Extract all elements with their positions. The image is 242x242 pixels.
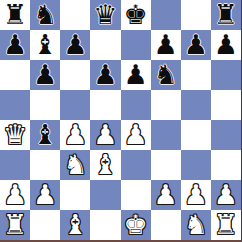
square-d3[interactable]: ♝ (90, 150, 120, 180)
square-c6[interactable] (60, 60, 90, 90)
square-f6[interactable]: ♞ (151, 60, 181, 90)
square-a4[interactable]: ♛ (0, 120, 30, 150)
square-e4[interactable]: ♟ (121, 120, 151, 150)
square-c4[interactable]: ♟ (60, 120, 90, 150)
square-c2[interactable] (60, 180, 90, 210)
piece-white-pawn: ♟ (93, 121, 117, 148)
square-e6[interactable]: ♟ (121, 60, 151, 90)
square-c8[interactable] (60, 0, 90, 30)
square-f2[interactable]: ♟ (151, 180, 181, 210)
square-a2[interactable]: ♟ (0, 180, 30, 210)
square-b1[interactable] (30, 210, 60, 240)
piece-white-king: ♚ (123, 211, 147, 238)
piece-black-bishop: ♝ (33, 31, 57, 58)
square-g6[interactable] (181, 60, 211, 90)
piece-black-knight: ♞ (33, 1, 57, 28)
square-c3[interactable]: ♞ (60, 150, 90, 180)
square-e5[interactable] (121, 90, 151, 120)
square-d1[interactable] (90, 210, 120, 240)
square-g3[interactable] (181, 150, 211, 180)
square-d8[interactable]: ♛ (90, 0, 120, 30)
piece-white-pawn: ♟ (123, 121, 147, 148)
piece-white-queen: ♛ (3, 121, 27, 148)
square-h7[interactable]: ♟ (211, 30, 241, 60)
square-e8[interactable]: ♚ (121, 0, 151, 30)
square-h4[interactable] (211, 120, 241, 150)
square-h3[interactable] (211, 150, 241, 180)
square-a1[interactable]: ♜ (0, 210, 30, 240)
square-b6[interactable]: ♟ (30, 60, 60, 90)
square-h5[interactable] (211, 90, 241, 120)
piece-white-pawn: ♟ (33, 181, 57, 208)
piece-white-pawn: ♟ (3, 181, 27, 208)
square-e1[interactable]: ♚ (121, 210, 151, 240)
square-g2[interactable]: ♟ (181, 180, 211, 210)
piece-white-knight: ♞ (63, 151, 87, 178)
square-h2[interactable]: ♟ (211, 180, 241, 210)
square-f4[interactable] (151, 120, 181, 150)
square-d5[interactable] (90, 90, 120, 120)
piece-black-pawn: ♟ (154, 31, 178, 58)
piece-black-pawn: ♟ (184, 31, 208, 58)
square-g7[interactable]: ♟ (181, 30, 211, 60)
square-a5[interactable] (0, 90, 30, 120)
square-a8[interactable]: ♜ (0, 0, 30, 30)
square-a6[interactable] (0, 60, 30, 90)
piece-black-knight: ♞ (154, 61, 178, 88)
piece-black-pawn: ♟ (63, 31, 87, 58)
square-g8[interactable] (181, 0, 211, 30)
chess-board: ♜♞♛♚♜♟♝♟♟♟♟♟♟♟♞♛♝♟♟♟♞♝♟♟♟♟♟♜♝♚♞♜ (0, 0, 241, 240)
square-c1[interactable]: ♝ (60, 210, 90, 240)
piece-black-pawn: ♟ (33, 61, 57, 88)
piece-black-king: ♚ (123, 1, 147, 28)
square-e2[interactable] (121, 180, 151, 210)
square-g1[interactable]: ♞ (181, 210, 211, 240)
square-a3[interactable] (0, 150, 30, 180)
square-b4[interactable]: ♝ (30, 120, 60, 150)
piece-white-pawn: ♟ (154, 181, 178, 208)
piece-white-bishop: ♝ (63, 211, 87, 238)
square-f1[interactable] (151, 210, 181, 240)
chess-board-container: ♜♞♛♚♜♟♝♟♟♟♟♟♟♟♞♛♝♟♟♟♞♝♟♟♟♟♟♜♝♚♞♜ (0, 0, 242, 242)
square-d7[interactable] (90, 30, 120, 60)
square-e3[interactable] (121, 150, 151, 180)
piece-white-pawn: ♟ (214, 181, 238, 208)
piece-white-rook: ♜ (3, 211, 27, 238)
piece-black-rook: ♜ (214, 1, 238, 28)
square-c5[interactable] (60, 90, 90, 120)
square-a7[interactable]: ♟ (0, 30, 30, 60)
piece-white-pawn: ♟ (63, 121, 87, 148)
square-c7[interactable]: ♟ (60, 30, 90, 60)
piece-white-rook: ♜ (214, 211, 238, 238)
square-h1[interactable]: ♜ (211, 210, 241, 240)
square-d4[interactable]: ♟ (90, 120, 120, 150)
square-g5[interactable] (181, 90, 211, 120)
square-b3[interactable] (30, 150, 60, 180)
square-b7[interactable]: ♝ (30, 30, 60, 60)
piece-black-pawn: ♟ (214, 31, 238, 58)
square-f5[interactable] (151, 90, 181, 120)
square-g4[interactable] (181, 120, 211, 150)
square-h8[interactable]: ♜ (211, 0, 241, 30)
square-b2[interactable]: ♟ (30, 180, 60, 210)
piece-black-pawn: ♟ (93, 61, 117, 88)
square-b5[interactable] (30, 90, 60, 120)
square-f3[interactable] (151, 150, 181, 180)
square-h6[interactable] (211, 60, 241, 90)
square-f7[interactable]: ♟ (151, 30, 181, 60)
piece-black-rook: ♜ (3, 1, 27, 28)
piece-black-queen: ♛ (93, 1, 117, 28)
square-b8[interactable]: ♞ (30, 0, 60, 30)
piece-black-bishop: ♝ (33, 121, 57, 148)
piece-white-bishop: ♝ (93, 151, 117, 178)
piece-white-knight: ♞ (184, 211, 208, 238)
square-e7[interactable] (121, 30, 151, 60)
piece-black-pawn: ♟ (123, 61, 147, 88)
square-f8[interactable] (151, 0, 181, 30)
piece-white-pawn: ♟ (184, 181, 208, 208)
square-d2[interactable] (90, 180, 120, 210)
piece-black-pawn: ♟ (3, 31, 27, 58)
square-d6[interactable]: ♟ (90, 60, 120, 90)
